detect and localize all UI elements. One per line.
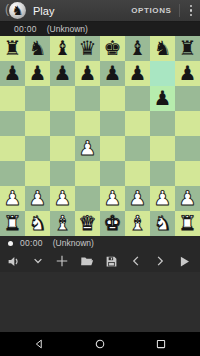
android-navbar: [0, 332, 200, 356]
white-clock: 00:00: [20, 238, 43, 248]
white-bishop[interactable]: ♝: [54, 211, 72, 236]
black-player-name: (Unknown): [47, 24, 88, 34]
square-h7[interactable]: ♟: [175, 61, 200, 86]
square-g2[interactable]: ♟: [150, 186, 175, 211]
square-d6[interactable]: [75, 86, 100, 111]
black-clock: 00:00: [14, 24, 37, 34]
square-a8[interactable]: ♜: [0, 36, 25, 61]
square-c8[interactable]: ♝: [50, 36, 75, 61]
square-c7[interactable]: ♟: [50, 61, 75, 86]
chevron-down-icon: [32, 255, 44, 267]
black-knight[interactable]: ♞: [154, 36, 172, 61]
square-g3[interactable]: [150, 161, 175, 186]
page-title: Play: [33, 5, 54, 17]
volume-icon: [7, 255, 20, 268]
square-d3[interactable]: [75, 161, 100, 186]
square-h2[interactable]: ♟: [175, 186, 200, 211]
square-b3[interactable]: [25, 161, 50, 186]
nav-home-button[interactable]: [93, 337, 107, 351]
chevron-left-icon: [130, 255, 142, 267]
white-player-name: (Unknown): [53, 238, 94, 248]
black-pawn[interactable]: ♟: [154, 86, 172, 111]
square-b6[interactable]: [25, 86, 50, 111]
square-c2[interactable]: ♟: [50, 186, 75, 211]
overflow-menu-icon[interactable]: [187, 3, 196, 19]
black-pawn[interactable]: ♟: [179, 61, 197, 86]
square-d4[interactable]: ♟: [75, 136, 100, 161]
square-g4[interactable]: [150, 136, 175, 161]
folder-open-icon: [80, 254, 94, 268]
white-pawn[interactable]: ♟: [54, 186, 72, 211]
square-b5[interactable]: [25, 111, 50, 136]
chevron-right-icon: [154, 255, 166, 267]
black-knight[interactable]: ♞: [29, 36, 47, 61]
plus-icon: [55, 254, 69, 268]
save-button[interactable]: [103, 253, 120, 270]
square-e7[interactable]: ♟: [100, 61, 125, 86]
toolbar: [0, 250, 200, 272]
black-king[interactable]: ♚: [104, 36, 122, 61]
square-a2[interactable]: ♟: [0, 186, 25, 211]
white-pawn[interactable]: ♟: [154, 186, 172, 211]
square-a4[interactable]: [0, 136, 25, 161]
black-pawn[interactable]: ♟: [129, 61, 147, 86]
square-f6[interactable]: [125, 86, 150, 111]
black-rook[interactable]: ♜: [179, 36, 197, 61]
black-pawn[interactable]: ♟: [54, 61, 72, 86]
white-knight[interactable]: ♞: [29, 211, 47, 236]
square-f5[interactable]: [125, 111, 150, 136]
nav-recents-icon: [155, 338, 167, 350]
white-pawn[interactable]: ♟: [4, 186, 22, 211]
square-e6[interactable]: [100, 86, 125, 111]
square-c1[interactable]: ♝: [50, 211, 75, 236]
black-pawn[interactable]: ♟: [104, 61, 122, 86]
square-h8[interactable]: ♜: [175, 36, 200, 61]
to-move-indicator: [8, 241, 13, 246]
square-f4[interactable]: [125, 136, 150, 161]
square-c3[interactable]: [50, 161, 75, 186]
new-game-button[interactable]: [54, 253, 71, 270]
square-f2[interactable]: ♟: [125, 186, 150, 211]
play-button[interactable]: [176, 253, 193, 270]
square-d7[interactable]: ♟: [75, 61, 100, 86]
black-pawn[interactable]: ♟: [29, 61, 47, 86]
save-icon: [105, 255, 118, 268]
chess-board: ♜♞♝♛♚♝♞♜♟♟♟♟♟♟♟♟♟♟♟♟♟♟♟♟♜♞♝♛♚♝♞♜: [0, 36, 200, 236]
square-g8[interactable]: ♞: [150, 36, 175, 61]
black-bishop[interactable]: ♝: [54, 36, 72, 61]
play-icon: [178, 255, 191, 268]
nav-back-button[interactable]: [32, 337, 46, 351]
square-a3[interactable]: [0, 161, 25, 186]
square-b1[interactable]: ♞: [25, 211, 50, 236]
square-e3[interactable]: [100, 161, 125, 186]
app-icon-arc: (: [5, 1, 9, 18]
nav-recents-button[interactable]: [154, 337, 168, 351]
square-a6[interactable]: [0, 86, 25, 111]
move-forward-button[interactable]: [152, 253, 169, 270]
square-a5[interactable]: [0, 111, 25, 136]
square-b4[interactable]: [25, 136, 50, 161]
square-g7[interactable]: [150, 61, 175, 86]
black-bishop[interactable]: ♝: [129, 36, 147, 61]
open-button[interactable]: [78, 253, 95, 270]
square-c4[interactable]: [50, 136, 75, 161]
actionbar-divider: [179, 4, 180, 17]
square-g5[interactable]: [150, 111, 175, 136]
square-d2[interactable]: [75, 186, 100, 211]
square-h4[interactable]: [175, 136, 200, 161]
empty-area: [0, 272, 200, 332]
square-e4[interactable]: [100, 136, 125, 161]
square-e5[interactable]: [100, 111, 125, 136]
square-b8[interactable]: ♞: [25, 36, 50, 61]
square-f3[interactable]: [125, 161, 150, 186]
nav-home-icon: [94, 338, 106, 350]
square-f8[interactable]: ♝: [125, 36, 150, 61]
white-rook[interactable]: ♜: [4, 211, 22, 236]
square-e8[interactable]: ♚: [100, 36, 125, 61]
white-knight[interactable]: ♞: [154, 211, 172, 236]
options-button[interactable]: OPTIONS: [131, 6, 171, 15]
move-back-button[interactable]: [127, 253, 144, 270]
white-pawn[interactable]: ♟: [129, 186, 147, 211]
square-h1[interactable]: ♜: [175, 211, 200, 236]
square-f7[interactable]: ♟: [125, 61, 150, 86]
square-e2[interactable]: ♟: [100, 186, 125, 211]
square-d8[interactable]: ♛: [75, 36, 100, 61]
collapse-button[interactable]: [29, 253, 46, 270]
white-rook[interactable]: ♜: [179, 211, 197, 236]
white-pawn[interactable]: ♟: [29, 186, 47, 211]
white-pawn[interactable]: ♟: [104, 186, 122, 211]
white-pawn[interactable]: ♟: [79, 136, 97, 161]
square-h6[interactable]: [175, 86, 200, 111]
square-a7[interactable]: ♟: [0, 61, 25, 86]
volume-button[interactable]: [5, 253, 22, 270]
white-player-bar: 00:00 (Unknown): [0, 236, 200, 250]
black-queen[interactable]: ♛: [79, 36, 97, 61]
white-king[interactable]: ♚: [104, 211, 122, 236]
square-f1[interactable]: ♝: [125, 211, 150, 236]
square-b7[interactable]: ♟: [25, 61, 50, 86]
white-pawn[interactable]: ♟: [179, 186, 197, 211]
square-b2[interactable]: ♟: [25, 186, 50, 211]
square-h3[interactable]: [175, 161, 200, 186]
square-e1[interactable]: ♚: [100, 211, 125, 236]
black-player-bar: 00:00 (Unknown): [0, 22, 200, 36]
action-bar: ( ♞ Play OPTIONS: [0, 0, 200, 22]
white-bishop[interactable]: ♝: [129, 211, 147, 236]
app-window: ( ♞ Play OPTIONS 00:00 (Unknown) ♜♞♝♛♚♝♞…: [0, 0, 200, 356]
square-h5[interactable]: [175, 111, 200, 136]
square-c6[interactable]: [50, 86, 75, 111]
square-a1[interactable]: ♜: [0, 211, 25, 236]
square-g1[interactable]: ♞: [150, 211, 175, 236]
black-rook[interactable]: ♜: [4, 36, 22, 61]
black-pawn[interactable]: ♟: [79, 61, 97, 86]
white-queen[interactable]: ♛: [79, 211, 97, 236]
square-d1[interactable]: ♛: [75, 211, 100, 236]
nav-back-icon: [33, 338, 45, 350]
black-pawn[interactable]: ♟: [4, 61, 22, 86]
square-d5[interactable]: [75, 111, 100, 136]
app-knight-icon: ♞: [9, 2, 26, 19]
square-g6[interactable]: ♟: [150, 86, 175, 111]
square-c5[interactable]: [50, 111, 75, 136]
